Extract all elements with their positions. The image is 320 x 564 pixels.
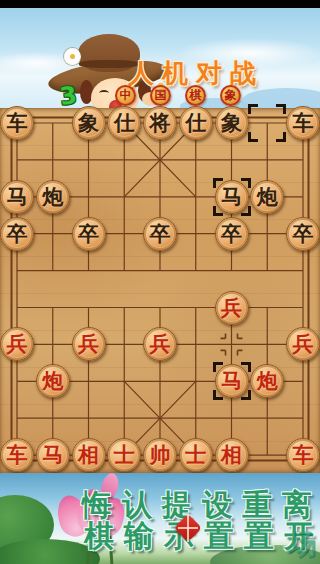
xiangqi-piece-black[interactable]: 仕: [107, 106, 141, 140]
reset-button[interactable]: 重置: [240, 489, 274, 551]
xiangqi-piece-red[interactable]: 兵: [72, 327, 106, 361]
logo-coin: 棋: [185, 85, 206, 106]
xiangqi-piece-black[interactable]: 车: [286, 106, 320, 140]
xiangqi-piece-red[interactable]: 车: [0, 438, 34, 472]
xiangqi-piece-red[interactable]: 士: [179, 438, 213, 472]
bottom-action-bar: 悔棋认输提示设置重置离开 场: [0, 473, 320, 564]
logo-coin: 中: [115, 85, 136, 106]
xiangqi-piece-black[interactable]: 卒: [72, 217, 106, 251]
xiangqi-piece-red[interactable]: 马: [215, 364, 249, 398]
xiangqi-piece-red[interactable]: 兵: [215, 291, 249, 325]
xiangqi-piece-black[interactable]: 象: [72, 106, 106, 140]
xiangqi-piece-black[interactable]: 将: [143, 106, 177, 140]
eye-icon: [99, 90, 109, 96]
xiangqi-piece-red[interactable]: 相: [215, 438, 249, 472]
xiangqi-piece-red[interactable]: 相: [72, 438, 106, 472]
red-knot-icon: [176, 514, 200, 542]
board-grid: [0, 108, 320, 473]
settings-button[interactable]: 设置: [200, 489, 234, 551]
xiangqi-piece-red[interactable]: 帅: [143, 438, 177, 472]
xiangqi-piece-red[interactable]: 马: [36, 438, 70, 472]
xiangqi-piece-black[interactable]: 仕: [179, 106, 213, 140]
xiangqi-board[interactable]: 车象仕将仕象车马炮马炮卒卒卒卒卒兵兵兵兵兵炮马炮车马相士帅士相车: [0, 108, 320, 473]
flower-icon: [64, 48, 81, 65]
xiangqi-piece-red[interactable]: 车: [286, 438, 320, 472]
xiangqi-piece-black[interactable]: 卒: [286, 217, 320, 251]
resign-button[interactable]: 认输: [120, 489, 154, 551]
xiangqi-piece-black[interactable]: 卒: [0, 217, 34, 251]
xiangqi-piece-red[interactable]: 炮: [36, 364, 70, 398]
xiangqi-piece-black[interactable]: 马: [0, 180, 34, 214]
logo-coin: 象: [220, 85, 241, 106]
xiangqi-piece-black[interactable]: 车: [0, 106, 34, 140]
xiangqi-piece-black[interactable]: 象: [215, 106, 249, 140]
logo-coin: 国: [150, 85, 171, 106]
watermark-text: 场: [288, 525, 316, 563]
xiangqi-piece-black[interactable]: 卒: [143, 217, 177, 251]
status-bar: [0, 0, 320, 8]
xiangqi-piece-black[interactable]: 炮: [36, 180, 70, 214]
xiangqi-piece-black[interactable]: 马: [215, 180, 249, 214]
xiangqi-piece-black[interactable]: 卒: [215, 217, 249, 251]
app-screen: 3 人机对战 中国棋象: [0, 0, 320, 564]
undo-button[interactable]: 悔棋: [80, 489, 114, 551]
logo-coin-row: 中国棋象: [115, 85, 241, 106]
xiangqi-piece-black[interactable]: 炮: [250, 180, 284, 214]
